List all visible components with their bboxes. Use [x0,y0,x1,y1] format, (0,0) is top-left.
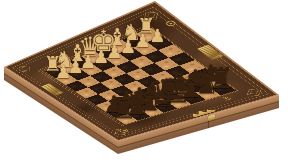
rosette-icon [164,20,177,27]
photo-scene: ⚓ ♜♞♝♛♚♝♞♜♟♟♟♟♟♟♟♟♟♟♟♟♟♟♟♟♜♞♝♛♚♝♞♜ [0,0,288,165]
piece-white-pawn-h2[interactable]: ♟ [149,27,165,45]
piece-white-pawn-g2[interactable]: ♟ [134,33,150,51]
corner-knot-icon [20,66,30,72]
corner-knot-icon [247,89,261,96]
crest-plaque [197,44,224,60]
piece-black-rook-h8[interactable]: ♜ [208,65,234,94]
anchor-icon: ⚓ [219,95,235,102]
